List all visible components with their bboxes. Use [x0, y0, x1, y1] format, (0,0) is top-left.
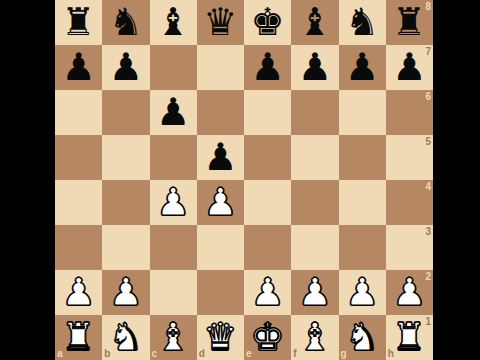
square-e5[interactable] — [244, 135, 291, 180]
piece-white-pawn[interactable]: ♟ — [251, 273, 285, 311]
square-a5[interactable] — [55, 135, 102, 180]
square-h3[interactable]: 3 — [386, 225, 433, 270]
piece-white-pawn[interactable]: ♟ — [345, 273, 379, 311]
rank-label-4: 4 — [425, 182, 431, 192]
piece-black-bishop[interactable]: ♝ — [298, 3, 332, 41]
file-label-c: c — [152, 349, 158, 359]
square-d1[interactable]: ♛d — [197, 315, 244, 360]
square-c6[interactable]: ♟ — [150, 90, 197, 135]
piece-black-pawn[interactable]: ♟ — [109, 48, 143, 86]
file-label-g: g — [341, 349, 347, 359]
rank-label-6: 6 — [425, 92, 431, 102]
square-b8[interactable]: ♞ — [102, 0, 149, 45]
square-a2[interactable]: ♟ — [55, 270, 102, 315]
square-g2[interactable]: ♟ — [339, 270, 386, 315]
square-d5[interactable]: ♟ — [197, 135, 244, 180]
piece-black-pawn[interactable]: ♟ — [251, 48, 285, 86]
square-g6[interactable] — [339, 90, 386, 135]
square-f6[interactable] — [291, 90, 338, 135]
file-label-e: e — [246, 349, 252, 359]
piece-white-pawn[interactable]: ♟ — [298, 273, 332, 311]
square-d7[interactable] — [197, 45, 244, 90]
piece-black-pawn[interactable]: ♟ — [203, 138, 237, 176]
square-e3[interactable] — [244, 225, 291, 270]
square-b5[interactable] — [102, 135, 149, 180]
piece-black-knight[interactable]: ♞ — [345, 3, 379, 41]
rank-label-5: 5 — [425, 137, 431, 147]
square-a8[interactable]: ♜ — [55, 0, 102, 45]
square-a7[interactable]: ♟ — [55, 45, 102, 90]
piece-white-pawn[interactable]: ♟ — [203, 183, 237, 221]
rank-label-7: 7 — [425, 47, 431, 57]
square-f7[interactable]: ♟ — [291, 45, 338, 90]
square-h1[interactable]: ♜1h — [386, 315, 433, 360]
square-e7[interactable]: ♟ — [244, 45, 291, 90]
square-c5[interactable] — [150, 135, 197, 180]
piece-white-pawn[interactable]: ♟ — [392, 273, 426, 311]
square-h6[interactable]: 6 — [386, 90, 433, 135]
square-c4[interactable]: ♟ — [150, 180, 197, 225]
square-e1[interactable]: ♚e — [244, 315, 291, 360]
square-h8[interactable]: ♜8 — [386, 0, 433, 45]
square-f2[interactable]: ♟ — [291, 270, 338, 315]
square-f5[interactable] — [291, 135, 338, 180]
letterbox-right — [433, 0, 480, 360]
piece-white-rook[interactable]: ♜ — [62, 318, 96, 356]
square-d4[interactable]: ♟ — [197, 180, 244, 225]
piece-white-pawn[interactable]: ♟ — [156, 183, 190, 221]
square-f8[interactable]: ♝ — [291, 0, 338, 45]
piece-white-rook[interactable]: ♜ — [392, 318, 426, 356]
file-label-b: b — [104, 349, 110, 359]
square-g5[interactable] — [339, 135, 386, 180]
square-b4[interactable] — [102, 180, 149, 225]
square-g4[interactable] — [339, 180, 386, 225]
square-b2[interactable]: ♟ — [102, 270, 149, 315]
square-e2[interactable]: ♟ — [244, 270, 291, 315]
square-d8[interactable]: ♛ — [197, 0, 244, 45]
piece-white-bishop[interactable]: ♝ — [298, 318, 332, 356]
square-h5[interactable]: 5 — [386, 135, 433, 180]
square-b1[interactable]: ♞b — [102, 315, 149, 360]
square-h2[interactable]: ♟2 — [386, 270, 433, 315]
square-e8[interactable]: ♚ — [244, 0, 291, 45]
square-c2[interactable] — [150, 270, 197, 315]
piece-black-pawn[interactable]: ♟ — [345, 48, 379, 86]
piece-black-pawn[interactable]: ♟ — [392, 48, 426, 86]
piece-white-pawn[interactable]: ♟ — [62, 273, 96, 311]
square-e6[interactable] — [244, 90, 291, 135]
piece-white-king[interactable]: ♚ — [251, 318, 285, 356]
piece-white-pawn[interactable]: ♟ — [109, 273, 143, 311]
rank-label-3: 3 — [425, 227, 431, 237]
square-g7[interactable]: ♟ — [339, 45, 386, 90]
square-a3[interactable] — [55, 225, 102, 270]
square-c3[interactable] — [150, 225, 197, 270]
square-b6[interactable] — [102, 90, 149, 135]
file-label-d: d — [199, 349, 205, 359]
square-c1[interactable]: ♝c — [150, 315, 197, 360]
square-a1[interactable]: ♜a — [55, 315, 102, 360]
piece-white-knight[interactable]: ♞ — [109, 318, 143, 356]
square-f4[interactable] — [291, 180, 338, 225]
chess-board: ♜♞♝♛♚♝♞♜8♟♟♟♟♟♟7♟6♟5♟♟43♟♟♟♟♟♟2♜a♞b♝c♛d♚… — [55, 0, 433, 360]
rank-label-8: 8 — [425, 2, 431, 12]
square-a6[interactable] — [55, 90, 102, 135]
piece-black-king[interactable]: ♚ — [251, 3, 285, 41]
file-label-h: h — [388, 349, 394, 359]
square-d2[interactable] — [197, 270, 244, 315]
piece-black-rook[interactable]: ♜ — [392, 3, 426, 41]
rank-label-2: 2 — [425, 272, 431, 282]
square-d6[interactable] — [197, 90, 244, 135]
rank-label-1: 1 — [425, 317, 431, 327]
piece-white-queen[interactable]: ♛ — [203, 318, 237, 356]
piece-white-bishop[interactable]: ♝ — [156, 318, 190, 356]
square-e4[interactable] — [244, 180, 291, 225]
file-label-a: a — [57, 349, 63, 359]
letterbox-left — [0, 0, 55, 360]
square-h7[interactable]: ♟7 — [386, 45, 433, 90]
piece-black-pawn[interactable]: ♟ — [298, 48, 332, 86]
piece-black-rook[interactable]: ♜ — [62, 3, 96, 41]
square-d3[interactable] — [197, 225, 244, 270]
piece-black-queen[interactable]: ♛ — [203, 3, 237, 41]
piece-black-pawn[interactable]: ♟ — [156, 93, 190, 131]
piece-black-knight[interactable]: ♞ — [109, 3, 143, 41]
square-b7[interactable]: ♟ — [102, 45, 149, 90]
square-a4[interactable] — [55, 180, 102, 225]
piece-black-pawn[interactable]: ♟ — [62, 48, 96, 86]
piece-black-bishop[interactable]: ♝ — [156, 3, 190, 41]
video-frame: ♜♞♝♛♚♝♞♜8♟♟♟♟♟♟7♟6♟5♟♟43♟♟♟♟♟♟2♜a♞b♝c♛d♚… — [0, 0, 480, 360]
square-g8[interactable]: ♞ — [339, 0, 386, 45]
square-f1[interactable]: ♝f — [291, 315, 338, 360]
square-f3[interactable] — [291, 225, 338, 270]
square-c8[interactable]: ♝ — [150, 0, 197, 45]
square-g1[interactable]: ♞g — [339, 315, 386, 360]
square-g3[interactable] — [339, 225, 386, 270]
square-c7[interactable] — [150, 45, 197, 90]
file-label-f: f — [293, 349, 296, 359]
square-h4[interactable]: 4 — [386, 180, 433, 225]
square-b3[interactable] — [102, 225, 149, 270]
piece-white-knight[interactable]: ♞ — [345, 318, 379, 356]
